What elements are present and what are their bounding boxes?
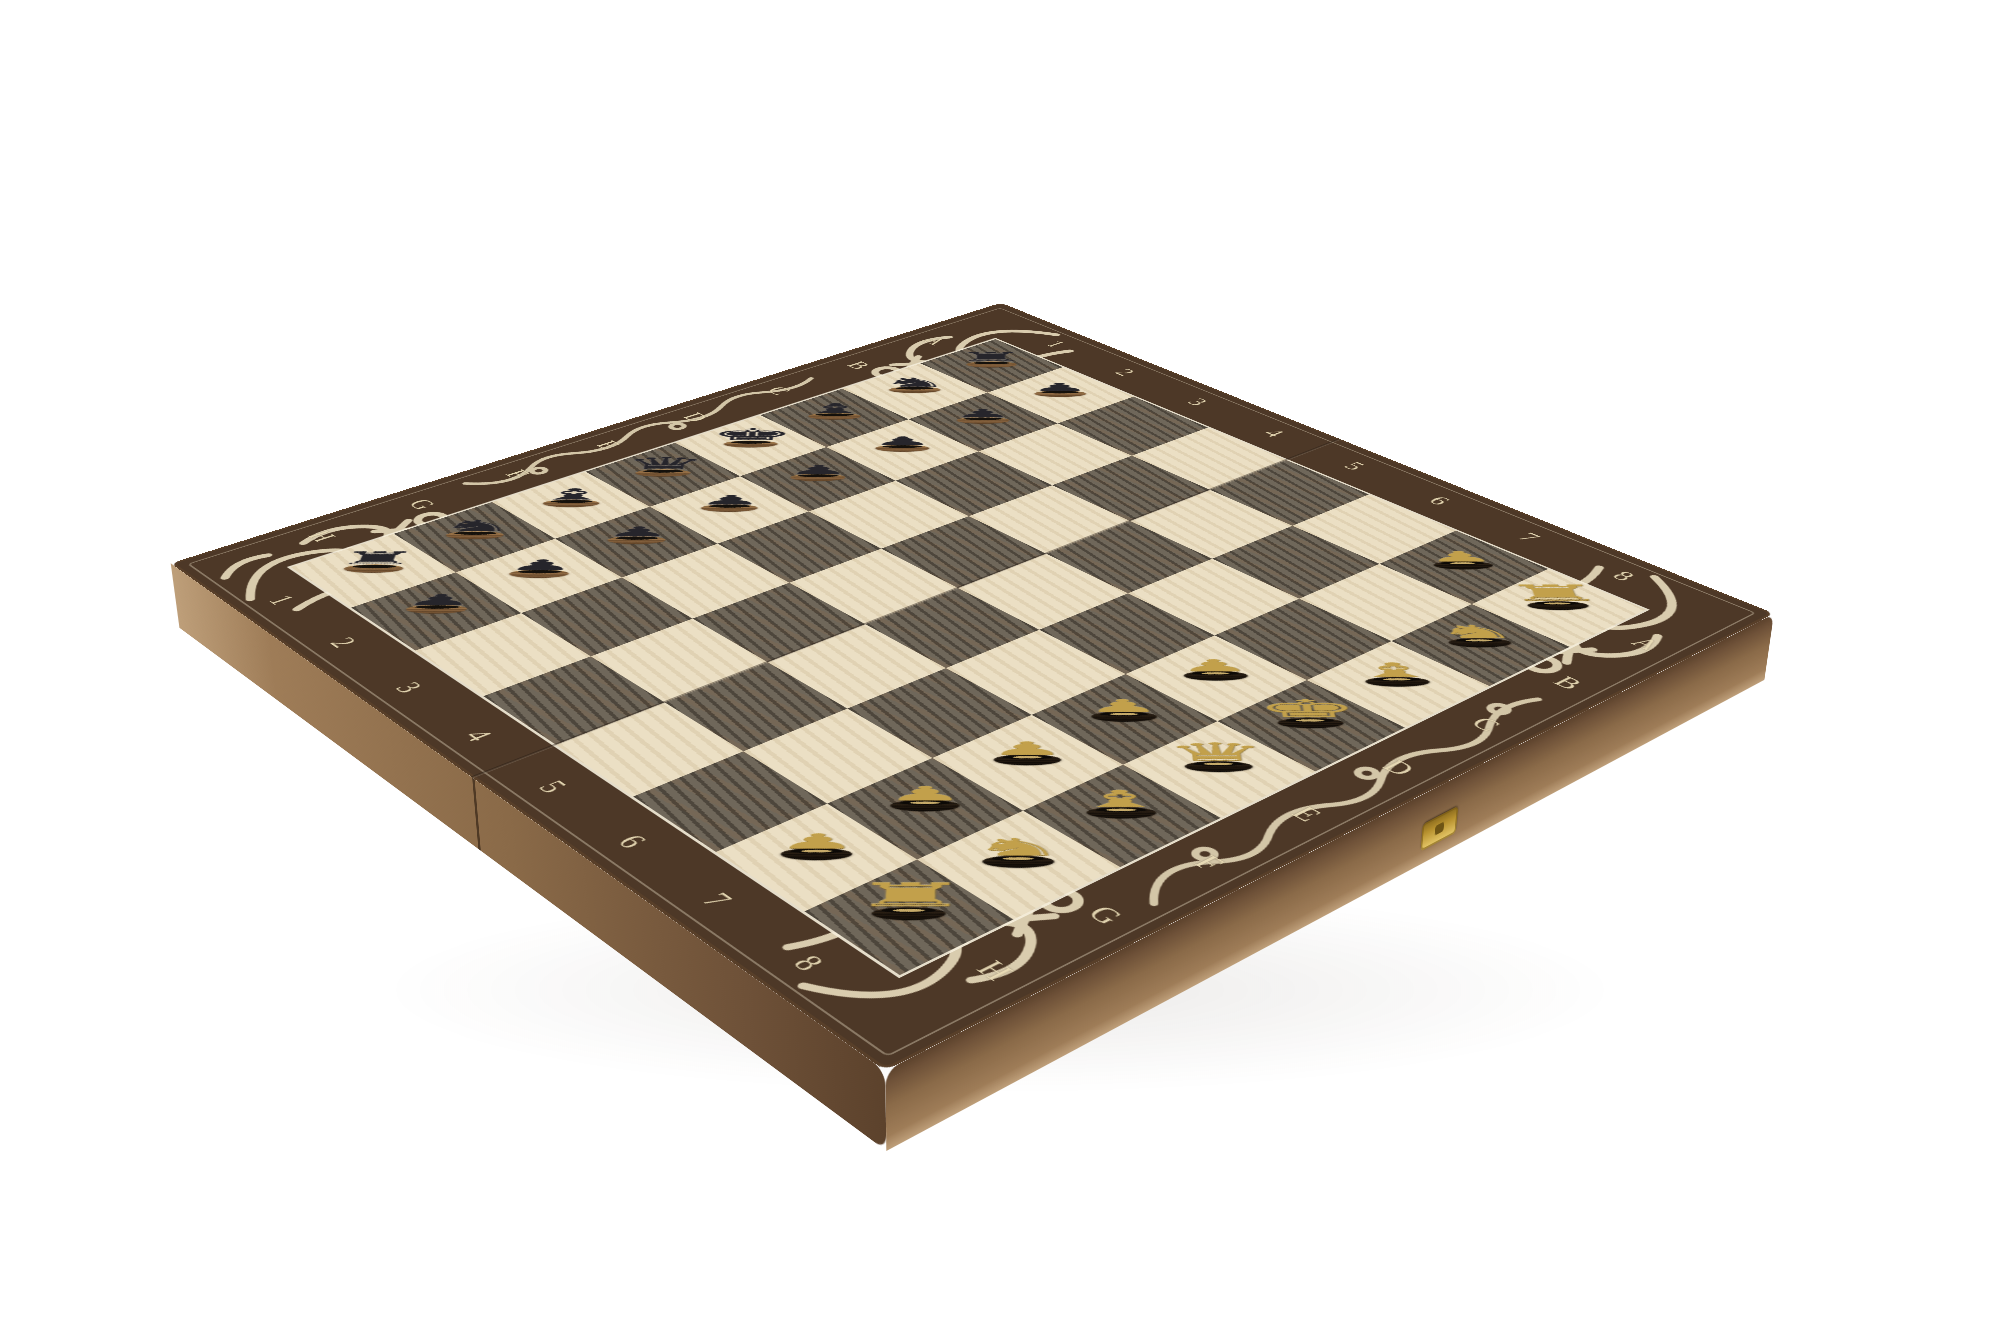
- square-h3[interactable]: [415, 613, 590, 696]
- square-f5[interactable]: [768, 624, 946, 708]
- pawn-glyph-icon: ♟: [470, 558, 612, 572]
- rank-label-right-3: 3: [1173, 393, 1222, 412]
- file-label-far-A: A: [911, 333, 957, 350]
- rank-label-right-7: 7: [1501, 526, 1556, 549]
- rank-label-right-2: 2: [1101, 363, 1149, 381]
- pawn-glyph-icon: ♟: [664, 494, 797, 507]
- queen-glyph-icon: ♛: [599, 455, 730, 472]
- pawn-glyph-icon: ♟: [1000, 382, 1121, 393]
- square-e8[interactable]: [1123, 721, 1315, 818]
- square-f8[interactable]: [1023, 765, 1221, 867]
- square-f7[interactable]: [932, 715, 1123, 811]
- knight-glyph-icon: ♞: [855, 376, 975, 389]
- square-h5[interactable]: [556, 702, 743, 796]
- square-h4[interactable]: [483, 656, 664, 744]
- square-g5[interactable]: [665, 662, 848, 751]
- bishop-glyph-icon: ♝: [773, 402, 896, 415]
- square-c8[interactable]: [1307, 641, 1490, 727]
- pawn-glyph-icon: ♟: [922, 408, 1045, 419]
- rank-label-left-3: 3: [378, 673, 438, 702]
- square-e5[interactable]: [865, 588, 1039, 668]
- file-label-far-G: G: [395, 493, 447, 515]
- square-c7[interactable]: [1215, 599, 1392, 680]
- file-label-far-E: E: [583, 435, 633, 455]
- square-g4[interactable]: [591, 619, 768, 703]
- pawn-glyph-icon: ♟: [839, 435, 965, 447]
- bishop-glyph-icon: ♝: [506, 487, 641, 502]
- square-h8[interactable]: [805, 859, 1014, 975]
- knight-glyph-icon: ♞: [408, 518, 547, 534]
- rank-label-right-6: 6: [1412, 490, 1465, 512]
- king-glyph-icon: ♚: [688, 426, 815, 442]
- file-label-near-G: G: [1070, 896, 1140, 934]
- square-d7[interactable]: [1126, 635, 1307, 721]
- file-label-far-F: F: [491, 463, 542, 484]
- pawn-glyph-icon: ♟: [754, 464, 883, 476]
- square-h6[interactable]: [633, 751, 827, 852]
- file-label-near-F: F: [1175, 845, 1243, 881]
- file-label-near-B: B: [1537, 669, 1598, 698]
- square-e7[interactable]: [1032, 674, 1218, 765]
- square-f4[interactable]: [693, 583, 866, 662]
- rook-glyph-icon: ♜: [305, 549, 449, 567]
- rank-label-left-4: 4: [447, 720, 509, 751]
- file-label-far-C: C: [754, 382, 802, 401]
- square-g7[interactable]: [827, 758, 1023, 860]
- rank-label-right-5: 5: [1328, 456, 1380, 477]
- square-g6[interactable]: [743, 709, 932, 804]
- square-h7[interactable]: [716, 804, 917, 912]
- rank-label-left-6: 6: [599, 824, 665, 859]
- square-g3[interactable]: [521, 577, 692, 656]
- file-label-near-D: D: [1366, 752, 1430, 784]
- pawn-glyph-icon: ♟: [569, 525, 707, 539]
- square-g8[interactable]: [917, 811, 1120, 920]
- square-f6[interactable]: [847, 668, 1031, 758]
- square-b8[interactable]: [1392, 604, 1570, 686]
- rank-label-left-1: 1: [253, 587, 309, 613]
- pawn-glyph-icon: ♟: [1389, 549, 1531, 563]
- file-label-near-E: E: [1273, 797, 1339, 831]
- file-label-near-A: A: [1616, 630, 1676, 657]
- product-photo-scene: 11HH22GG33FF44EE55DD66CC77BB88AA ♜♞♝♚♛♝♞…: [0, 0, 2000, 1333]
- rook-glyph-icon: ♜: [1478, 582, 1628, 604]
- rank-label-left-5: 5: [520, 771, 584, 804]
- brass-latch-icon: [1421, 806, 1459, 852]
- square-d8[interactable]: [1218, 680, 1405, 771]
- rank-label-right-4: 4: [1248, 423, 1299, 443]
- file-label-far-H: H: [295, 525, 349, 548]
- fold-seam-side: [472, 777, 481, 851]
- file-label-near-H: H: [958, 950, 1030, 991]
- file-label-far-B: B: [834, 356, 881, 374]
- file-label-near-C: C: [1454, 709, 1517, 739]
- rank-label-left-2: 2: [314, 629, 372, 656]
- rank-label-left-8: 8: [772, 943, 843, 984]
- square-e6[interactable]: [946, 630, 1126, 715]
- rank-label-left-7: 7: [682, 882, 751, 920]
- square-d6[interactable]: [1039, 593, 1214, 674]
- rook-glyph-icon: ♜: [933, 351, 1050, 364]
